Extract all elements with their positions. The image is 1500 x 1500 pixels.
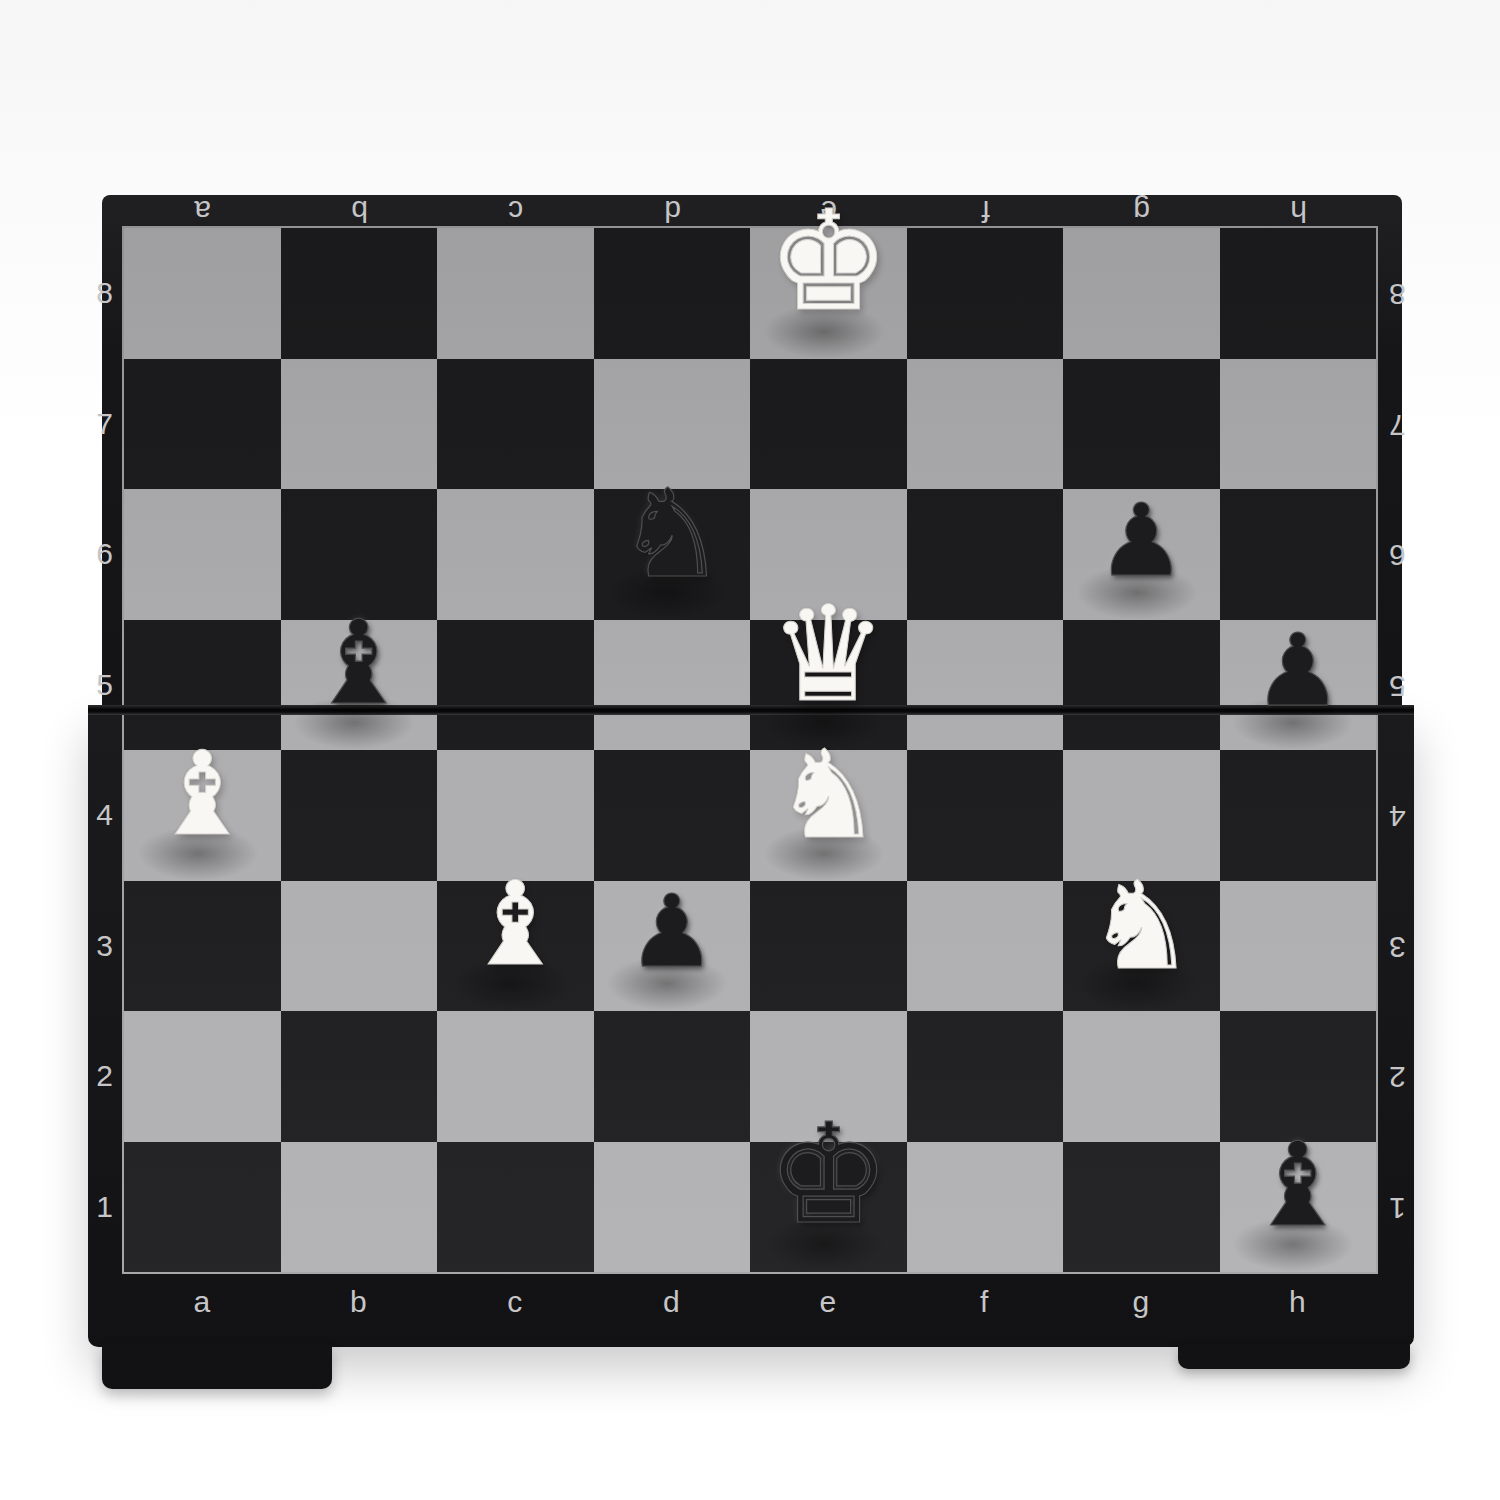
- rank-label-right-6: 6: [1380, 489, 1414, 620]
- square-g1[interactable]: [1063, 1142, 1220, 1273]
- piece-black-pawn-g6[interactable]: ♟: [1063, 489, 1220, 620]
- square-c5[interactable]: [437, 620, 594, 751]
- rank-label-right-2: 2: [1380, 1011, 1414, 1142]
- piece-white-knight-e4[interactable]: ♞: [750, 750, 907, 881]
- pawn-glyph: ♟: [1096, 482, 1186, 599]
- knight-glyph: ♞: [1087, 855, 1196, 997]
- square-h6[interactable]: [1220, 489, 1377, 620]
- rank-label-left-8: 8: [88, 228, 122, 359]
- square-f2[interactable]: [907, 1011, 1064, 1142]
- rank-label-right-5: 5: [1380, 620, 1414, 751]
- file-label-top-f: f: [907, 196, 1064, 226]
- file-label-top-b: b: [281, 196, 438, 226]
- pawn-glyph: ♟: [1253, 612, 1343, 729]
- square-a3[interactable]: [124, 881, 281, 1012]
- piece-white-king-e8[interactable]: ♚: [750, 228, 907, 359]
- file-label-bottom-a: a: [124, 1287, 281, 1317]
- king-glyph: ♚: [766, 181, 890, 342]
- bishop-glyph: ♝: [307, 596, 411, 731]
- square-d2[interactable]: [594, 1011, 751, 1142]
- square-g2[interactable]: [1063, 1011, 1220, 1142]
- piece-black-knight-d6[interactable]: ♞: [594, 489, 751, 620]
- square-b1[interactable]: [281, 1142, 438, 1273]
- square-b2[interactable]: [281, 1011, 438, 1142]
- square-a1[interactable]: [124, 1142, 281, 1273]
- rank-label-right-7: 7: [1380, 359, 1414, 490]
- square-d4[interactable]: [594, 750, 751, 881]
- piece-black-pawn-d3[interactable]: ♟: [594, 881, 751, 1012]
- bishop-glyph: ♝: [463, 857, 567, 992]
- square-h4[interactable]: [1220, 750, 1377, 881]
- square-f5[interactable]: [907, 620, 1064, 751]
- piece-black-pawn-h5[interactable]: ♟: [1220, 620, 1377, 751]
- chess-board: abcdefghabcdefgh8765432187654321 ♚♞♟♝♛♟♝…: [88, 195, 1414, 1392]
- rank-label-left-2: 2: [88, 1011, 122, 1142]
- square-f3[interactable]: [907, 881, 1064, 1012]
- rank-label-left-5: 5: [88, 620, 122, 751]
- square-a6[interactable]: [124, 489, 281, 620]
- file-label-top-h: h: [1220, 196, 1377, 226]
- board-foot-right: [1178, 1345, 1410, 1369]
- square-d1[interactable]: [594, 1142, 751, 1273]
- square-e7[interactable]: [750, 359, 907, 490]
- square-e3[interactable]: [750, 881, 907, 1012]
- file-label-top-c: c: [437, 196, 594, 226]
- square-b3[interactable]: [281, 881, 438, 1012]
- rank-label-left-7: 7: [88, 359, 122, 490]
- knight-glyph: ♞: [617, 463, 726, 605]
- square-a8[interactable]: [124, 228, 281, 359]
- square-c7[interactable]: [437, 359, 594, 490]
- rank-label-left-4: 4: [88, 750, 122, 881]
- bishop-glyph: ♝: [1246, 1118, 1350, 1253]
- square-g5[interactable]: [1063, 620, 1220, 751]
- square-h3[interactable]: [1220, 881, 1377, 1012]
- square-f8[interactable]: [907, 228, 1064, 359]
- file-label-bottom-f: f: [907, 1287, 1064, 1317]
- square-g7[interactable]: [1063, 359, 1220, 490]
- square-h7[interactable]: [1220, 359, 1377, 490]
- square-f1[interactable]: [907, 1142, 1064, 1273]
- square-g8[interactable]: [1063, 228, 1220, 359]
- square-d5[interactable]: [594, 620, 751, 751]
- piece-black-bishop-b5[interactable]: ♝: [281, 620, 438, 751]
- rank-label-left-6: 6: [88, 489, 122, 620]
- file-label-bottom-g: g: [1063, 1287, 1220, 1317]
- piece-white-bishop-a4[interactable]: ♝: [124, 750, 281, 881]
- square-c1[interactable]: [437, 1142, 594, 1273]
- file-label-bottom-c: c: [437, 1287, 594, 1317]
- rank-label-left-1: 1: [88, 1142, 122, 1273]
- square-d8[interactable]: [594, 228, 751, 359]
- file-label-bottom-h: h: [1220, 1287, 1377, 1317]
- square-f7[interactable]: [907, 359, 1064, 490]
- king-glyph: ♚: [766, 1094, 890, 1255]
- piece-white-bishop-c3[interactable]: ♝: [437, 881, 594, 1012]
- square-h8[interactable]: [1220, 228, 1377, 359]
- piece-black-bishop-h1[interactable]: ♝: [1220, 1142, 1377, 1273]
- piece-black-king-e1[interactable]: ♚: [750, 1142, 907, 1273]
- bishop-glyph: ♝: [150, 726, 254, 861]
- queen-glyph: ♛: [769, 577, 887, 731]
- file-label-top-g: g: [1063, 196, 1220, 226]
- file-label-top-d: d: [594, 196, 751, 226]
- square-a2[interactable]: [124, 1011, 281, 1142]
- square-c2[interactable]: [437, 1011, 594, 1142]
- file-label-bottom-d: d: [594, 1287, 751, 1317]
- rank-label-right-1: 1: [1380, 1142, 1414, 1273]
- piece-white-knight-g3[interactable]: ♞: [1063, 881, 1220, 1012]
- square-f6[interactable]: [907, 489, 1064, 620]
- square-c6[interactable]: [437, 489, 594, 620]
- rank-label-right-3: 3: [1380, 881, 1414, 1012]
- rank-label-right-8: 8: [1380, 228, 1414, 359]
- square-f4[interactable]: [907, 750, 1064, 881]
- square-a7[interactable]: [124, 359, 281, 490]
- board-foot-left: [102, 1345, 332, 1389]
- file-label-bottom-e: e: [750, 1287, 907, 1317]
- square-b7[interactable]: [281, 359, 438, 490]
- rank-label-right-4: 4: [1380, 750, 1414, 881]
- pawn-glyph: ♟: [627, 873, 717, 990]
- knight-glyph: ♞: [774, 724, 883, 866]
- square-b8[interactable]: [281, 228, 438, 359]
- file-label-top-a: a: [124, 196, 281, 226]
- square-b4[interactable]: [281, 750, 438, 881]
- file-label-bottom-b: b: [281, 1287, 438, 1317]
- square-c8[interactable]: [437, 228, 594, 359]
- rank-label-left-3: 3: [88, 881, 122, 1012]
